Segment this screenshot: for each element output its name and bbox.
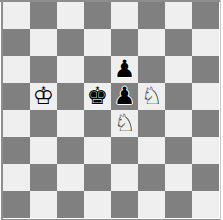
square-h4[interactable] [192, 110, 219, 137]
square-c1[interactable] [57, 191, 84, 218]
piece-white-knight[interactable]: ♘ [141, 83, 163, 110]
piece-white-king[interactable]: ♔ [33, 83, 55, 110]
frame-right-border [220, 0, 221, 220]
square-h2[interactable] [192, 164, 219, 191]
square-c5[interactable] [57, 83, 84, 110]
square-b6[interactable] [30, 56, 57, 83]
square-a1[interactable] [3, 191, 30, 218]
square-b7[interactable] [30, 29, 57, 56]
square-d2[interactable] [84, 164, 111, 191]
square-d7[interactable] [84, 29, 111, 56]
square-b5[interactable]: ♔ [30, 83, 57, 110]
square-a2[interactable] [3, 164, 30, 191]
square-b2[interactable] [30, 164, 57, 191]
square-e3[interactable] [111, 137, 138, 164]
square-b3[interactable] [30, 137, 57, 164]
square-f3[interactable] [138, 137, 165, 164]
square-g1[interactable] [165, 191, 192, 218]
board-frame: ♟♔♚♟♘♘ [0, 0, 223, 220]
square-g7[interactable] [165, 29, 192, 56]
square-g8[interactable] [165, 2, 192, 29]
frame-bottom-border [1, 219, 220, 220]
square-c2[interactable] [57, 164, 84, 191]
square-d3[interactable] [84, 137, 111, 164]
square-a3[interactable] [3, 137, 30, 164]
square-g5[interactable] [165, 83, 192, 110]
square-f8[interactable] [138, 2, 165, 29]
square-f2[interactable] [138, 164, 165, 191]
square-e1[interactable] [111, 191, 138, 218]
square-g3[interactable] [165, 137, 192, 164]
piece-black-pawn[interactable]: ♟ [114, 83, 136, 110]
square-d6[interactable] [84, 56, 111, 83]
square-c3[interactable] [57, 137, 84, 164]
square-d4[interactable] [84, 110, 111, 137]
square-h7[interactable] [192, 29, 219, 56]
square-b8[interactable] [30, 2, 57, 29]
square-c6[interactable] [57, 56, 84, 83]
square-f1[interactable] [138, 191, 165, 218]
square-e6[interactable]: ♟ [111, 56, 138, 83]
square-e4[interactable]: ♘ [111, 110, 138, 137]
square-f5[interactable]: ♘ [138, 83, 165, 110]
square-h8[interactable] [192, 2, 219, 29]
square-b1[interactable] [30, 191, 57, 218]
square-h1[interactable] [192, 191, 219, 218]
square-d5[interactable]: ♚ [84, 83, 111, 110]
square-f4[interactable] [138, 110, 165, 137]
square-e5[interactable]: ♟ [111, 83, 138, 110]
chess-board: ♟♔♚♟♘♘ [3, 2, 219, 218]
square-h5[interactable] [192, 83, 219, 110]
square-e8[interactable] [111, 2, 138, 29]
square-b4[interactable] [30, 110, 57, 137]
square-c7[interactable] [57, 29, 84, 56]
square-e7[interactable] [111, 29, 138, 56]
square-d1[interactable] [84, 191, 111, 218]
square-a4[interactable] [3, 110, 30, 137]
square-g2[interactable] [165, 164, 192, 191]
square-f7[interactable] [138, 29, 165, 56]
square-c4[interactable] [57, 110, 84, 137]
piece-black-king[interactable]: ♚ [87, 83, 109, 110]
piece-white-knight[interactable]: ♘ [114, 110, 136, 137]
square-g4[interactable] [165, 110, 192, 137]
piece-black-pawn[interactable]: ♟ [114, 56, 136, 83]
square-c8[interactable] [57, 2, 84, 29]
square-f6[interactable] [138, 56, 165, 83]
square-d8[interactable] [84, 2, 111, 29]
square-h6[interactable] [192, 56, 219, 83]
square-a8[interactable] [3, 2, 30, 29]
square-a6[interactable] [3, 56, 30, 83]
square-e2[interactable] [111, 164, 138, 191]
square-g6[interactable] [165, 56, 192, 83]
square-h3[interactable] [192, 137, 219, 164]
square-a7[interactable] [3, 29, 30, 56]
square-a5[interactable] [3, 83, 30, 110]
